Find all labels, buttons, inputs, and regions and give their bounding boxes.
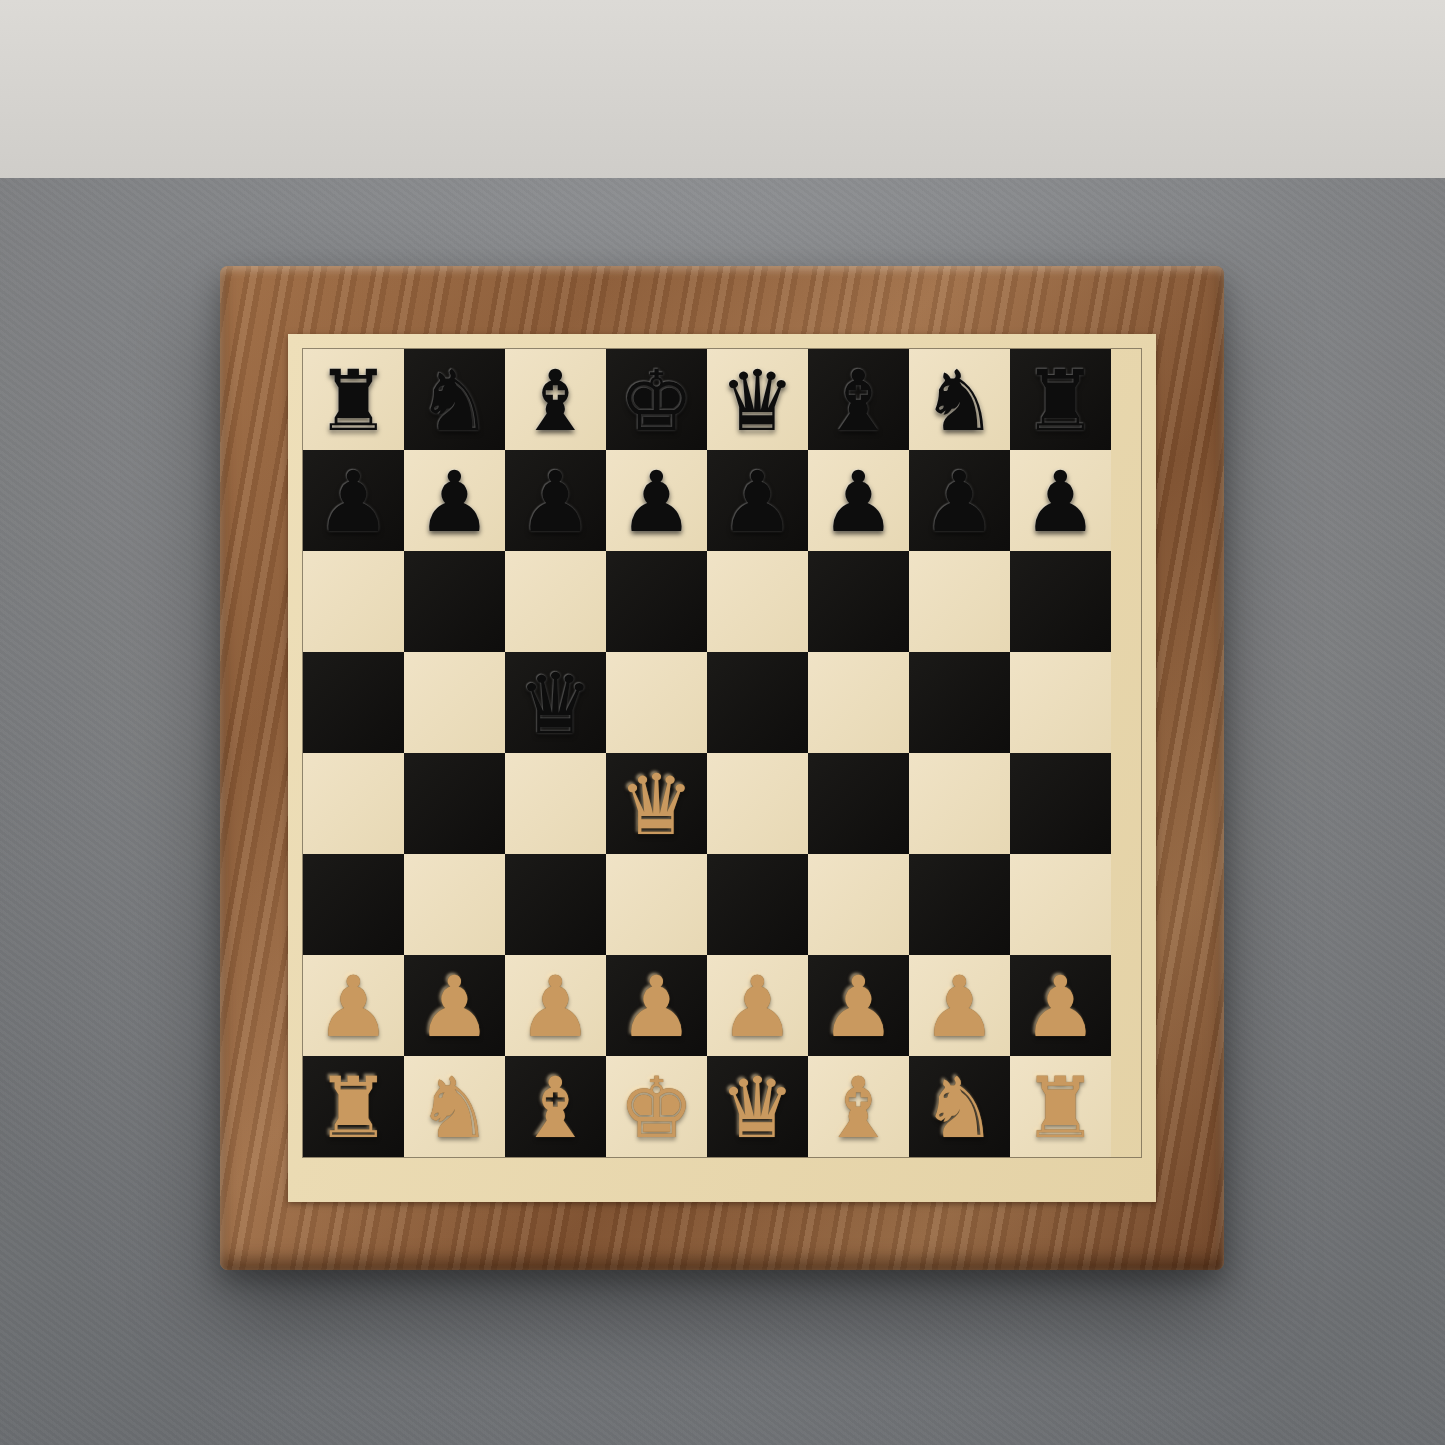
- square-c1[interactable]: ♝: [505, 1056, 606, 1157]
- square-d7[interactable]: ♟: [606, 450, 707, 551]
- black-bishop-f8: ♝: [808, 349, 909, 450]
- square-a2[interactable]: ♟: [303, 955, 404, 1056]
- square-b1[interactable]: ♞: [404, 1056, 505, 1157]
- square-b6[interactable]: [404, 551, 505, 652]
- square-a8[interactable]: ♜: [303, 349, 404, 450]
- square-c8[interactable]: ♝: [505, 349, 606, 450]
- white-queen-d4: ♛: [606, 753, 707, 854]
- square-g1[interactable]: ♞: [909, 1056, 1010, 1157]
- white-pawn-e2: ♟: [707, 955, 808, 1056]
- white-pawn-a2: ♟: [303, 955, 404, 1056]
- square-e8[interactable]: ♛: [707, 349, 808, 450]
- white-pawn-d2: ♟: [606, 955, 707, 1056]
- white-knight-b1: ♞: [404, 1056, 505, 1157]
- square-d3[interactable]: [606, 854, 707, 955]
- black-pawn-a7: ♟: [303, 450, 404, 551]
- square-a3[interactable]: [303, 854, 404, 955]
- square-c5[interactable]: ♛: [505, 652, 606, 753]
- square-c4[interactable]: [505, 753, 606, 854]
- square-h4[interactable]: [1010, 753, 1111, 854]
- square-c6[interactable]: [505, 551, 606, 652]
- square-e3[interactable]: [707, 854, 808, 955]
- white-king-d1: ♚: [606, 1056, 707, 1157]
- white-pawn-b2: ♟: [404, 955, 505, 1056]
- white-rook-a1: ♜: [303, 1056, 404, 1157]
- white-pawn-h2: ♟: [1010, 955, 1111, 1056]
- square-a6[interactable]: [303, 551, 404, 652]
- square-c7[interactable]: ♟: [505, 450, 606, 551]
- white-bishop-c1: ♝: [505, 1056, 606, 1157]
- black-rook-h8: ♜: [1010, 349, 1111, 450]
- background-wall: [0, 0, 1445, 178]
- square-f1[interactable]: ♝: [808, 1056, 909, 1157]
- square-g6[interactable]: [909, 551, 1010, 652]
- square-e5[interactable]: [707, 652, 808, 753]
- square-a4[interactable]: [303, 753, 404, 854]
- black-knight-b8: ♞: [404, 349, 505, 450]
- square-f5[interactable]: [808, 652, 909, 753]
- square-h6[interactable]: [1010, 551, 1111, 652]
- black-pawn-f7: ♟: [808, 450, 909, 551]
- square-e1[interactable]: ♛: [707, 1056, 808, 1157]
- square-d2[interactable]: ♟: [606, 955, 707, 1056]
- square-f2[interactable]: ♟: [808, 955, 909, 1056]
- chessboard: ♜♞♝♚♛♝♞♜♟♟♟♟♟♟♟♟♛♛♟♟♟♟♟♟♟♟♜♞♝♚♛♝♞♜: [220, 266, 1224, 1270]
- square-d5[interactable]: [606, 652, 707, 753]
- black-king-d8: ♚: [606, 349, 707, 450]
- square-g2[interactable]: ♟: [909, 955, 1010, 1056]
- black-pawn-e7: ♟: [707, 450, 808, 551]
- white-queen-e1: ♛: [707, 1056, 808, 1157]
- square-b4[interactable]: [404, 753, 505, 854]
- square-e2[interactable]: ♟: [707, 955, 808, 1056]
- square-h8[interactable]: ♜: [1010, 349, 1111, 450]
- black-pawn-b7: ♟: [404, 450, 505, 551]
- square-b5[interactable]: [404, 652, 505, 753]
- square-b3[interactable]: [404, 854, 505, 955]
- square-d8[interactable]: ♚: [606, 349, 707, 450]
- black-pawn-d7: ♟: [606, 450, 707, 551]
- square-b8[interactable]: ♞: [404, 349, 505, 450]
- square-f3[interactable]: [808, 854, 909, 955]
- white-pawn-g2: ♟: [909, 955, 1010, 1056]
- black-knight-g8: ♞: [909, 349, 1010, 450]
- square-d4[interactable]: ♛: [606, 753, 707, 854]
- square-f7[interactable]: ♟: [808, 450, 909, 551]
- square-e6[interactable]: [707, 551, 808, 652]
- square-d1[interactable]: ♚: [606, 1056, 707, 1157]
- square-f4[interactable]: [808, 753, 909, 854]
- square-g7[interactable]: ♟: [909, 450, 1010, 551]
- chess-grid: ♜♞♝♚♛♝♞♜♟♟♟♟♟♟♟♟♛♛♟♟♟♟♟♟♟♟♜♞♝♚♛♝♞♜: [302, 348, 1142, 1158]
- square-a5[interactable]: [303, 652, 404, 753]
- walnut-frame: ♜♞♝♚♛♝♞♜♟♟♟♟♟♟♟♟♛♛♟♟♟♟♟♟♟♟♜♞♝♚♛♝♞♜: [220, 266, 1224, 1270]
- square-c2[interactable]: ♟: [505, 955, 606, 1056]
- square-f6[interactable]: [808, 551, 909, 652]
- black-pawn-c7: ♟: [505, 450, 606, 551]
- black-bishop-c8: ♝: [505, 349, 606, 450]
- square-g4[interactable]: [909, 753, 1010, 854]
- black-rook-a8: ♜: [303, 349, 404, 450]
- square-b7[interactable]: ♟: [404, 450, 505, 551]
- square-e4[interactable]: [707, 753, 808, 854]
- square-g8[interactable]: ♞: [909, 349, 1010, 450]
- black-queen-c5: ♛: [505, 652, 606, 753]
- square-h5[interactable]: [1010, 652, 1111, 753]
- square-a1[interactable]: ♜: [303, 1056, 404, 1157]
- square-e7[interactable]: ♟: [707, 450, 808, 551]
- white-rook-h1: ♜: [1010, 1056, 1111, 1157]
- square-f8[interactable]: ♝: [808, 349, 909, 450]
- square-g5[interactable]: [909, 652, 1010, 753]
- square-h7[interactable]: ♟: [1010, 450, 1111, 551]
- white-pawn-c2: ♟: [505, 955, 606, 1056]
- square-g3[interactable]: [909, 854, 1010, 955]
- black-pawn-h7: ♟: [1010, 450, 1111, 551]
- square-b2[interactable]: ♟: [404, 955, 505, 1056]
- black-queen-e8: ♛: [707, 349, 808, 450]
- square-h1[interactable]: ♜: [1010, 1056, 1111, 1157]
- square-h2[interactable]: ♟: [1010, 955, 1111, 1056]
- white-pawn-f2: ♟: [808, 955, 909, 1056]
- square-h3[interactable]: [1010, 854, 1111, 955]
- square-c3[interactable]: [505, 854, 606, 955]
- black-pawn-g7: ♟: [909, 450, 1010, 551]
- white-knight-g1: ♞: [909, 1056, 1010, 1157]
- square-d6[interactable]: [606, 551, 707, 652]
- square-a7[interactable]: ♟: [303, 450, 404, 551]
- white-bishop-f1: ♝: [808, 1056, 909, 1157]
- maple-inner-margin: ♜♞♝♚♛♝♞♜♟♟♟♟♟♟♟♟♛♛♟♟♟♟♟♟♟♟♜♞♝♚♛♝♞♜: [288, 334, 1156, 1202]
